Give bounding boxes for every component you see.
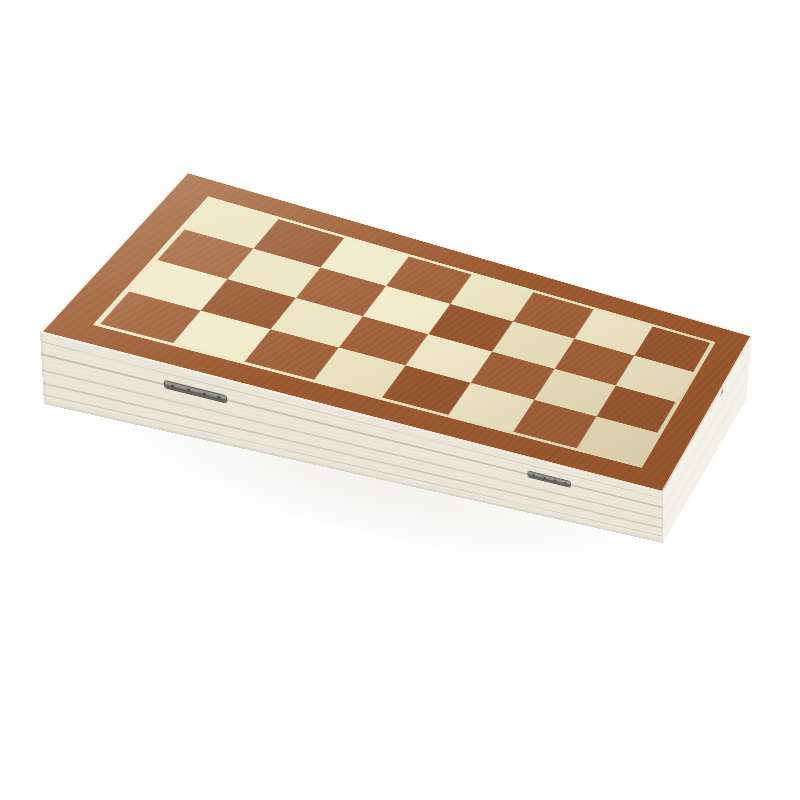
hinge-left-icon [165, 381, 226, 403]
product-photo-stage [0, 0, 800, 800]
hinge-right-icon [528, 471, 570, 487]
